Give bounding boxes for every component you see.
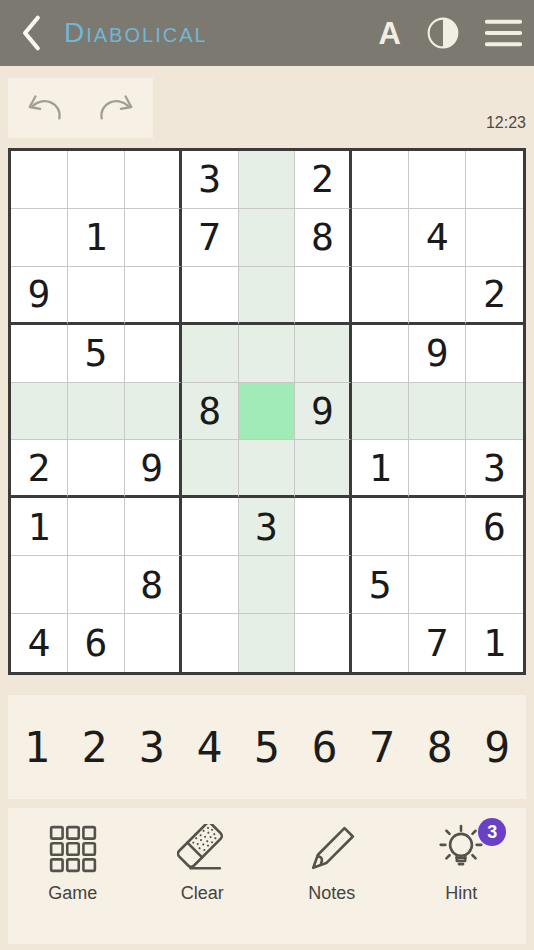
font-size-icon: A	[379, 18, 401, 49]
cell-r3c3[interactable]	[125, 267, 182, 325]
cell-r5c9[interactable]	[466, 383, 523, 441]
numpad-2[interactable]: 2	[66, 722, 124, 772]
undo-redo-panel	[8, 78, 153, 138]
cell-r1c6[interactable]: 2	[295, 151, 352, 209]
redo-icon	[96, 89, 138, 125]
hint-label: Hint	[445, 883, 477, 904]
cell-r1c5[interactable]	[239, 151, 296, 209]
cell-r4c4[interactable]	[182, 325, 239, 383]
cell-r2c2[interactable]: 1	[68, 209, 125, 267]
cell-r9c6[interactable]	[295, 614, 352, 672]
cell-r3c1[interactable]: 9	[11, 267, 68, 325]
cell-r2c4[interactable]: 7	[182, 209, 239, 267]
cell-r3c7[interactable]	[352, 267, 409, 325]
cell-r6c5[interactable]	[239, 440, 296, 498]
cell-r3c4[interactable]	[182, 267, 239, 325]
pencil-icon	[307, 824, 357, 874]
cell-r2c3[interactable]	[125, 209, 182, 267]
cell-r7c6[interactable]	[295, 498, 352, 556]
sudoku-board: 3217849259892913136854671	[8, 148, 526, 675]
cell-r4c7[interactable]	[352, 325, 409, 383]
menu-icon	[485, 18, 522, 48]
cell-r5c8[interactable]	[409, 383, 466, 441]
cell-r1c1[interactable]	[11, 151, 68, 209]
numpad-6[interactable]: 6	[296, 722, 354, 772]
cell-r8c4[interactable]	[182, 556, 239, 614]
cell-r7c8[interactable]	[409, 498, 466, 556]
cell-r2c1[interactable]	[11, 209, 68, 267]
numpad-7[interactable]: 7	[353, 722, 411, 772]
page-title: Diabolical	[64, 17, 379, 49]
eraser-icon	[177, 824, 227, 874]
cell-r9c4[interactable]	[182, 614, 239, 672]
contrast-button[interactable]	[426, 16, 460, 50]
cell-r6c8[interactable]	[409, 440, 466, 498]
cell-r8c2[interactable]	[68, 556, 125, 614]
cell-r7c2[interactable]	[68, 498, 125, 556]
cell-r5c3[interactable]	[125, 383, 182, 441]
cell-r1c8[interactable]	[409, 151, 466, 209]
cell-r6c6[interactable]	[295, 440, 352, 498]
numpad: 123456789	[8, 695, 526, 799]
cell-r2c8[interactable]: 4	[409, 209, 466, 267]
cell-r7c9[interactable]: 6	[466, 498, 523, 556]
cell-r5c6[interactable]: 9	[295, 383, 352, 441]
cell-r6c2[interactable]	[68, 440, 125, 498]
font-size-button[interactable]: A	[379, 18, 401, 49]
cell-r4c8[interactable]: 9	[409, 325, 466, 383]
hint-badge: 3	[478, 818, 506, 846]
clear-label: Clear	[181, 883, 224, 904]
cell-r3c2[interactable]	[68, 267, 125, 325]
cell-r6c9[interactable]: 3	[466, 440, 523, 498]
cell-r5c2[interactable]	[68, 383, 125, 441]
cell-r4c1[interactable]	[11, 325, 68, 383]
cell-r8c5[interactable]	[239, 556, 296, 614]
header-bar: Diabolical A	[0, 0, 534, 66]
numpad-9[interactable]: 9	[469, 722, 527, 772]
cell-r8c8[interactable]	[409, 556, 466, 614]
cell-r3c6[interactable]	[295, 267, 352, 325]
back-chevron-icon	[20, 13, 42, 53]
numpad-3[interactable]: 3	[123, 722, 181, 772]
back-button[interactable]	[14, 10, 48, 56]
cell-r9c3[interactable]	[125, 614, 182, 672]
hint-button[interactable]: Hint 3	[397, 808, 527, 944]
cell-r7c5[interactable]: 3	[239, 498, 296, 556]
cell-r7c1[interactable]: 1	[11, 498, 68, 556]
cell-r7c4[interactable]	[182, 498, 239, 556]
numpad-1[interactable]: 1	[8, 722, 66, 772]
cell-r1c3[interactable]	[125, 151, 182, 209]
cell-r2c9[interactable]	[466, 209, 523, 267]
cell-r8c9[interactable]	[466, 556, 523, 614]
cell-r9c1[interactable]: 4	[11, 614, 68, 672]
cell-r8c7[interactable]: 5	[352, 556, 409, 614]
cell-r9c9[interactable]: 1	[466, 614, 523, 672]
cell-r1c9[interactable]	[466, 151, 523, 209]
cell-r9c5[interactable]	[239, 614, 296, 672]
numpad-4[interactable]: 4	[181, 722, 239, 772]
timer: 12:23	[486, 114, 526, 132]
game-grid-icon	[48, 824, 98, 874]
cell-r1c4[interactable]: 3	[182, 151, 239, 209]
cell-r8c6[interactable]	[295, 556, 352, 614]
contrast-icon	[426, 16, 460, 50]
cell-r1c2[interactable]	[68, 151, 125, 209]
cell-r6c1[interactable]: 2	[11, 440, 68, 498]
cell-r9c7[interactable]	[352, 614, 409, 672]
cell-r6c7[interactable]: 1	[352, 440, 409, 498]
undo-button[interactable]	[23, 89, 65, 128]
cell-r4c6[interactable]	[295, 325, 352, 383]
cell-r2c6[interactable]: 8	[295, 209, 352, 267]
menu-button[interactable]	[485, 18, 522, 48]
numpad-8[interactable]: 8	[411, 722, 469, 772]
sub-bar: 12:23	[8, 78, 526, 138]
cell-r4c2[interactable]: 5	[68, 325, 125, 383]
cell-r9c2[interactable]: 6	[68, 614, 125, 672]
header-actions: A	[379, 16, 522, 50]
numpad-5[interactable]: 5	[238, 722, 296, 772]
cell-r3c9[interactable]: 2	[466, 267, 523, 325]
redo-button[interactable]	[96, 89, 138, 128]
cell-r6c3[interactable]: 9	[125, 440, 182, 498]
cell-r3c8[interactable]	[409, 267, 466, 325]
clear-button[interactable]: Clear	[138, 808, 268, 944]
cell-r4c3[interactable]	[125, 325, 182, 383]
sudoku-app: Diabolical A	[0, 0, 534, 944]
cell-r8c3[interactable]: 8	[125, 556, 182, 614]
cell-r4c5[interactable]	[239, 325, 296, 383]
cell-r5c4[interactable]: 8	[182, 383, 239, 441]
notes-label: Notes	[308, 883, 355, 904]
cell-r5c1[interactable]	[11, 383, 68, 441]
cell-r7c7[interactable]	[352, 498, 409, 556]
cell-r7c3[interactable]	[125, 498, 182, 556]
game-button[interactable]: Game	[8, 808, 138, 944]
cell-r6c4[interactable]	[182, 440, 239, 498]
cell-r9c8[interactable]: 7	[409, 614, 466, 672]
toolbar: Game Clear	[8, 808, 526, 944]
undo-icon	[23, 89, 65, 125]
cell-r2c5[interactable]	[239, 209, 296, 267]
cell-r5c7[interactable]	[352, 383, 409, 441]
cell-r4c9[interactable]	[466, 325, 523, 383]
cell-r5c5[interactable]	[239, 383, 296, 441]
cell-r2c7[interactable]	[352, 209, 409, 267]
notes-button[interactable]: Notes	[267, 808, 397, 944]
cell-r8c1[interactable]	[11, 556, 68, 614]
cell-r1c7[interactable]	[352, 151, 409, 209]
game-label: Game	[48, 883, 97, 904]
cell-r3c5[interactable]	[239, 267, 296, 325]
